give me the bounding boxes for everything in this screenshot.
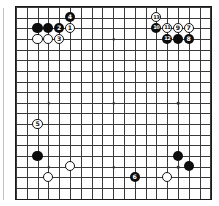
board-cell[interactable] xyxy=(162,172,173,183)
black-stone xyxy=(184,161,194,171)
white-stone: 1 xyxy=(65,23,75,33)
board-cell[interactable] xyxy=(173,33,184,44)
white-stone xyxy=(162,172,172,182)
move-number: 13 xyxy=(153,15,159,20)
move-number: 1 xyxy=(68,25,72,31)
white-stone xyxy=(32,34,42,44)
board-cell[interactable]: 2 xyxy=(54,23,65,34)
black-stone xyxy=(32,151,42,161)
black-stone: 8 xyxy=(184,34,194,44)
star-point xyxy=(48,166,51,169)
move-number: 12 xyxy=(164,36,170,41)
board-cell[interactable] xyxy=(65,161,76,172)
move-number: 11 xyxy=(164,26,170,31)
board-cell[interactable] xyxy=(32,23,43,34)
board-cell[interactable] xyxy=(43,172,54,183)
board-cell[interactable]: 1 xyxy=(65,23,76,34)
board-cell[interactable] xyxy=(32,33,43,44)
star-point xyxy=(48,102,51,105)
star-point xyxy=(112,102,115,105)
black-stone: 4 xyxy=(65,12,75,22)
star-point xyxy=(112,38,115,41)
board-cell[interactable]: 5 xyxy=(32,118,43,129)
move-number: 3 xyxy=(57,36,61,42)
board-cell[interactable]: 10 xyxy=(151,23,162,34)
black-stone: 12 xyxy=(162,34,172,44)
white-stone xyxy=(43,172,53,182)
move-number: 9 xyxy=(176,25,180,31)
black-stone: 10 xyxy=(151,23,161,33)
board-cell[interactable]: 6 xyxy=(129,172,140,183)
scan-artifact-line xyxy=(3,8,4,200)
white-stone: 5 xyxy=(32,119,42,129)
black-stone xyxy=(32,23,42,33)
white-stone: 7 xyxy=(184,23,194,33)
move-number: 5 xyxy=(35,121,39,127)
board-cell[interactable] xyxy=(183,161,194,172)
white-stone xyxy=(43,34,53,44)
black-stone: 6 xyxy=(130,172,140,182)
white-stone: 11 xyxy=(162,23,172,33)
board-cell[interactable]: 11 xyxy=(162,23,173,34)
board-cell[interactable]: 12 xyxy=(162,33,173,44)
black-stone: 2 xyxy=(54,23,64,33)
move-number: 7 xyxy=(187,25,191,31)
board-cell[interactable] xyxy=(43,23,54,34)
move-number: 6 xyxy=(133,174,137,180)
board-cell[interactable] xyxy=(173,150,184,161)
black-stone xyxy=(173,151,183,161)
move-number: 4 xyxy=(68,14,72,20)
board-cell[interactable]: 3 xyxy=(54,33,65,44)
white-stone xyxy=(65,161,75,171)
go-board: 12345678910111213 xyxy=(11,1,216,203)
black-stone xyxy=(43,23,53,33)
star-point xyxy=(177,166,180,169)
board-cell[interactable]: 4 xyxy=(65,12,76,23)
white-stone: 13 xyxy=(151,12,161,22)
black-stone xyxy=(173,34,183,44)
move-number: 2 xyxy=(57,25,61,31)
star-point xyxy=(112,166,115,169)
star-point xyxy=(177,102,180,105)
move-number: 8 xyxy=(187,36,191,42)
white-stone: 9 xyxy=(173,23,183,33)
board-cell[interactable] xyxy=(43,33,54,44)
board-cell[interactable]: 9 xyxy=(173,23,184,34)
white-stone: 3 xyxy=(54,34,64,44)
board-cell[interactable]: 7 xyxy=(183,23,194,34)
go-diagram: 12345678910111213 xyxy=(0,0,219,206)
board-cell[interactable]: 13 xyxy=(151,12,162,23)
move-number: 10 xyxy=(153,26,159,31)
board-cell[interactable]: 8 xyxy=(183,33,194,44)
board-cell[interactable] xyxy=(32,150,43,161)
